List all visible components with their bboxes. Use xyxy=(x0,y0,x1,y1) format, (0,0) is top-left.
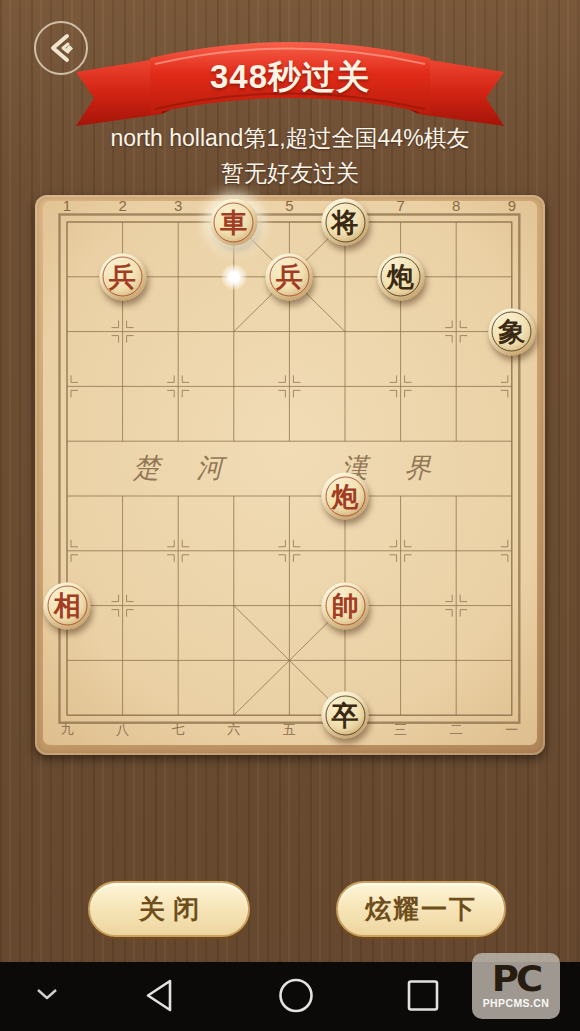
col-label-bottom: 八 xyxy=(116,721,129,739)
col-label-bottom: 六 xyxy=(227,721,240,739)
close-button[interactable]: 关闭 xyxy=(88,881,250,937)
recents-square-icon[interactable] xyxy=(409,982,437,1010)
xiangqi-board[interactable]: 123456789九八七六五四三二一 楚 河 漢 界 車将兵兵炮象炮相帥卒 xyxy=(35,195,545,755)
col-label-bottom: 二 xyxy=(450,721,463,739)
piece-black-cannon[interactable]: 炮 xyxy=(377,253,424,300)
friends-text: 暂无好友过关 xyxy=(0,158,580,189)
river-label-left: 楚 河 xyxy=(133,450,238,486)
piece-red-chariot[interactable]: 車 xyxy=(210,199,257,246)
piece-red-pawn-2[interactable]: 兵 xyxy=(266,253,313,300)
col-label-top: 7 xyxy=(396,197,404,214)
piece-red-cannon[interactable]: 炮 xyxy=(322,473,369,520)
back-triangle-icon[interactable] xyxy=(148,981,170,1010)
col-label-top: 8 xyxy=(452,197,460,214)
piece-black-elephant[interactable]: 象 xyxy=(488,308,535,355)
col-label-bottom: 九 xyxy=(61,721,74,739)
col-label-top: 5 xyxy=(285,197,293,214)
brag-button[interactable]: 炫耀一下 xyxy=(336,881,506,937)
col-label-top: 3 xyxy=(174,197,182,214)
col-label-bottom: 五 xyxy=(283,721,296,739)
watermark-logo: PC xyxy=(492,964,540,996)
rank-text: north holland第1,超过全国44%棋友 xyxy=(0,123,580,154)
result-banner: 348秒过关 xyxy=(70,36,510,132)
col-label-top: 9 xyxy=(508,197,516,214)
banner-title: 348秒过关 xyxy=(150,48,430,106)
phpcms-watermark: PC PHPCMS.CN xyxy=(472,953,560,1019)
piece-red-pawn-1[interactable]: 兵 xyxy=(99,253,146,300)
col-label-bottom: 一 xyxy=(505,721,518,739)
col-label-bottom: 三 xyxy=(394,721,407,739)
piece-black-pawn[interactable]: 卒 xyxy=(322,692,369,739)
col-label-top: 1 xyxy=(63,197,71,214)
col-label-bottom: 七 xyxy=(172,721,185,739)
last-move-marker xyxy=(221,264,247,290)
home-circle-icon[interactable] xyxy=(281,980,312,1011)
piece-red-elephant[interactable]: 相 xyxy=(44,582,91,629)
col-label-top: 2 xyxy=(118,197,126,214)
piece-black-general[interactable]: 将 xyxy=(322,199,369,246)
chevron-down-icon[interactable] xyxy=(38,990,56,998)
piece-red-general[interactable]: 帥 xyxy=(322,582,369,629)
